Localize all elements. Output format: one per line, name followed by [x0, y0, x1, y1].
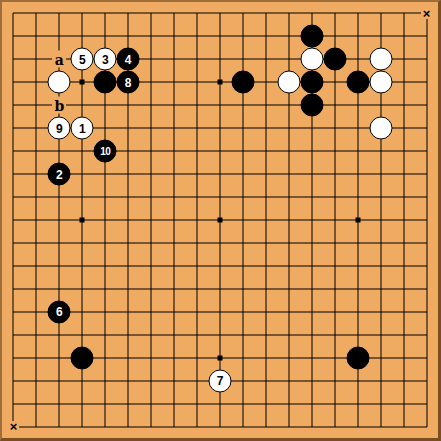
intersection-4-19: [71, 415, 94, 438]
intersection-13-12: [277, 254, 300, 277]
intersection-16-2: [346, 25, 369, 48]
intersection-17-1: [369, 2, 392, 25]
intersection-5-14: [94, 300, 117, 323]
intersection-5-18: [94, 392, 117, 415]
intersection-13-4: [277, 71, 300, 94]
intersection-11-11: [231, 231, 254, 254]
intersection-4-9: [71, 186, 94, 209]
intersection-15-1: [323, 2, 346, 25]
intersection-7-6: [140, 117, 163, 140]
intersection-11-16: [231, 346, 254, 369]
intersection-17-16: [369, 346, 392, 369]
intersection-2-4: [25, 71, 48, 94]
intersection-14-12: [300, 254, 323, 277]
intersection-8-18: [163, 392, 186, 415]
intersection-7-4: [140, 71, 163, 94]
intersection-14-14: [300, 300, 323, 323]
intersection-19-6: [415, 117, 438, 140]
intersection-8-2: [163, 25, 186, 48]
intersection-6-14: [117, 300, 140, 323]
intersection-4-2: [71, 25, 94, 48]
intersection-3-10: [48, 209, 71, 232]
intersection-13-17: [277, 369, 300, 392]
intersection-12-18: [254, 392, 277, 415]
black-stone-move-6: 6: [48, 300, 71, 323]
intersection-8-14: [163, 300, 186, 323]
intersection-15-19: [323, 415, 346, 438]
intersection-17-19: [369, 415, 392, 438]
intersection-4-8: [71, 163, 94, 186]
intersection-15-16: [323, 346, 346, 369]
star-point: [217, 80, 222, 85]
intersection-10-18: [209, 392, 232, 415]
intersection-7-17: [140, 369, 163, 392]
intersection-9-13: [186, 277, 209, 300]
intersection-17-2: [369, 25, 392, 48]
intersection-12-6: [254, 117, 277, 140]
black-stone: [71, 346, 94, 369]
intersection-9-1: [186, 2, 209, 25]
intersection-10-9: [209, 186, 232, 209]
intersection-14-8: [300, 163, 323, 186]
intersection-8-7: [163, 140, 186, 163]
intersection-12-17: [254, 369, 277, 392]
intersection-17-11: [369, 231, 392, 254]
intersection-8-12: [163, 254, 186, 277]
intersection-13-19: [277, 415, 300, 438]
black-stone: [300, 71, 323, 94]
intersection-4-1: [71, 2, 94, 25]
intersection-12-16: [254, 346, 277, 369]
intersection-14-1: [300, 2, 323, 25]
intersection-9-9: [186, 186, 209, 209]
intersection-14-19: [300, 415, 323, 438]
intersection-7-8: [140, 163, 163, 186]
intersection-11-2: [231, 25, 254, 48]
move-number: 7: [217, 375, 224, 387]
intersection-12-8: [254, 163, 277, 186]
intersection-14-7: [300, 140, 323, 163]
intersection-13-7: [277, 140, 300, 163]
intersection-18-9: [392, 186, 415, 209]
intersection-2-13: [25, 277, 48, 300]
intersection-9-6: [186, 117, 209, 140]
intersection-8-6: [163, 117, 186, 140]
intersection-2-19: [25, 415, 48, 438]
intersection-6-9: [117, 186, 140, 209]
intersection-7-15: [140, 323, 163, 346]
intersection-7-11: [140, 231, 163, 254]
move-number: 9: [56, 122, 63, 134]
intersection-7-14: [140, 300, 163, 323]
intersection-3-6: 9: [48, 117, 71, 140]
intersection-7-18: [140, 392, 163, 415]
intersection-11-17: [231, 369, 254, 392]
intersection-11-12: [231, 254, 254, 277]
intersection-13-18: [277, 392, 300, 415]
intersection-3-17: [48, 369, 71, 392]
intersection-15-2: [323, 25, 346, 48]
intersection-10-2: [209, 25, 232, 48]
point-label-b: b: [52, 97, 66, 114]
intersection-5-9: [94, 186, 117, 209]
intersection-7-2: [140, 25, 163, 48]
star-point: [217, 217, 222, 222]
intersection-10-19: [209, 415, 232, 438]
white-stone: [369, 117, 392, 140]
white-stone: [369, 71, 392, 94]
intersection-13-6: [277, 117, 300, 140]
intersection-10-15: [209, 323, 232, 346]
intersection-2-10: [25, 209, 48, 232]
intersection-4-18: [71, 392, 94, 415]
intersection-1-4: [2, 71, 25, 94]
intersection-19-3: [415, 48, 438, 71]
intersection-3-9: [48, 186, 71, 209]
black-stone: [300, 25, 323, 48]
intersection-5-15: [94, 323, 117, 346]
intersection-10-6: [209, 117, 232, 140]
intersection-9-14: [186, 300, 209, 323]
intersection-10-17: 7: [209, 369, 232, 392]
intersection-8-3: [163, 48, 186, 71]
black-stone: [346, 346, 369, 369]
intersection-5-2: [94, 25, 117, 48]
move-number: 10: [100, 146, 110, 156]
intersection-15-14: [323, 300, 346, 323]
intersection-16-1: [346, 2, 369, 25]
intersection-18-4: [392, 71, 415, 94]
intersection-1-15: [2, 323, 25, 346]
move-number: 3: [102, 53, 109, 65]
intersection-16-15: [346, 323, 369, 346]
intersection-10-13: [209, 277, 232, 300]
intersection-4-16: [71, 346, 94, 369]
intersection-11-1: [231, 2, 254, 25]
intersection-17-8: [369, 163, 392, 186]
intersection-4-4: [71, 71, 94, 94]
intersection-1-18: [2, 392, 25, 415]
intersection-16-14: [346, 300, 369, 323]
intersection-9-5: [186, 94, 209, 117]
intersection-6-19: [117, 415, 140, 438]
black-stone: [346, 71, 369, 94]
intersection-6-5: [117, 94, 140, 117]
intersection-6-13: [117, 277, 140, 300]
intersection-6-4: 8: [117, 71, 140, 94]
intersection-6-8: [117, 163, 140, 186]
intersection-6-1: [117, 2, 140, 25]
intersection-13-5: [277, 94, 300, 117]
intersection-9-15: [186, 323, 209, 346]
intersection-7-16: [140, 346, 163, 369]
intersection-11-5: [231, 94, 254, 117]
intersection-5-19: [94, 415, 117, 438]
intersection-6-10: [117, 209, 140, 232]
intersection-19-12: [415, 254, 438, 277]
intersection-7-19: [140, 415, 163, 438]
intersection-1-11: [2, 231, 25, 254]
intersection-3-2: [48, 25, 71, 48]
intersection-8-17: [163, 369, 186, 392]
intersection-16-17: [346, 369, 369, 392]
intersection-15-4: [323, 71, 346, 94]
intersection-6-11: [117, 231, 140, 254]
intersection-9-12: [186, 254, 209, 277]
intersection-14-11: [300, 231, 323, 254]
intersection-13-3: [277, 48, 300, 71]
intersection-13-16: [277, 346, 300, 369]
intersection-18-8: [392, 163, 415, 186]
intersection-3-18: [48, 392, 71, 415]
intersection-10-4: [209, 71, 232, 94]
intersection-13-10: [277, 209, 300, 232]
intersection-15-13: [323, 277, 346, 300]
intersection-5-10: [94, 209, 117, 232]
intersection-12-7: [254, 140, 277, 163]
corner-x-mark: ×: [421, 7, 433, 19]
intersection-19-17: [415, 369, 438, 392]
intersection-17-12: [369, 254, 392, 277]
intersection-9-2: [186, 25, 209, 48]
intersection-7-1: [140, 2, 163, 25]
intersection-12-4: [254, 71, 277, 94]
black-stone: [231, 71, 254, 94]
intersection-1-5: [2, 94, 25, 117]
black-stone-move-2: 2: [48, 163, 71, 186]
intersection-10-7: [209, 140, 232, 163]
intersection-15-7: [323, 140, 346, 163]
intersection-17-6: [369, 117, 392, 140]
intersection-15-15: [323, 323, 346, 346]
intersection-13-2: [277, 25, 300, 48]
intersection-16-13: [346, 277, 369, 300]
intersection-14-4: [300, 71, 323, 94]
intersection-18-7: [392, 140, 415, 163]
intersection-17-9: [369, 186, 392, 209]
intersection-11-15: [231, 323, 254, 346]
intersection-18-3: [392, 48, 415, 71]
intersection-6-18: [117, 392, 140, 415]
intersection-3-8: 2: [48, 163, 71, 186]
intersection-3-15: [48, 323, 71, 346]
intersection-2-3: [25, 48, 48, 71]
intersection-2-5: [25, 94, 48, 117]
intersection-2-18: [25, 392, 48, 415]
intersection-14-3: [300, 48, 323, 71]
intersection-17-3: [369, 48, 392, 71]
intersection-19-19: [415, 415, 438, 438]
intersection-18-5: [392, 94, 415, 117]
intersection-8-15: [163, 323, 186, 346]
intersection-3-13: [48, 277, 71, 300]
intersection-1-19: ×: [2, 415, 25, 438]
move-number: 1: [79, 122, 86, 134]
intersection-11-18: [231, 392, 254, 415]
intersection-8-11: [163, 231, 186, 254]
intersection-16-8: [346, 163, 369, 186]
intersection-7-3: [140, 48, 163, 71]
intersection-3-5: b: [48, 94, 71, 117]
intersection-3-12: [48, 254, 71, 277]
intersection-10-8: [209, 163, 232, 186]
intersection-4-5: [71, 94, 94, 117]
intersection-18-18: [392, 392, 415, 415]
intersection-18-6: [392, 117, 415, 140]
intersection-1-1: [2, 2, 25, 25]
intersection-14-2: [300, 25, 323, 48]
intersection-3-14: 6: [48, 300, 71, 323]
intersection-15-9: [323, 186, 346, 209]
star-point: [217, 355, 222, 360]
intersection-19-10: [415, 209, 438, 232]
intersection-11-6: [231, 117, 254, 140]
intersection-6-3: 4: [117, 48, 140, 71]
intersection-18-10: [392, 209, 415, 232]
intersection-13-15: [277, 323, 300, 346]
intersection-14-5: [300, 94, 323, 117]
intersection-16-9: [346, 186, 369, 209]
intersection-9-18: [186, 392, 209, 415]
intersection-3-11: [48, 231, 71, 254]
intersection-12-5: [254, 94, 277, 117]
intersection-7-13: [140, 277, 163, 300]
intersection-6-7: [117, 140, 140, 163]
intersection-9-8: [186, 163, 209, 186]
intersection-7-10: [140, 209, 163, 232]
intersection-2-16: [25, 346, 48, 369]
intersection-4-3: 5: [71, 48, 94, 71]
intersection-12-1: [254, 2, 277, 25]
intersection-8-1: [163, 2, 186, 25]
white-stone: [48, 71, 71, 94]
intersection-18-16: [392, 346, 415, 369]
move-number: 8: [125, 76, 132, 88]
intersection-12-2: [254, 25, 277, 48]
intersection-19-18: [415, 392, 438, 415]
intersection-9-4: [186, 71, 209, 94]
intersection-15-17: [323, 369, 346, 392]
intersection-8-19: [163, 415, 186, 438]
intersection-5-4: [94, 71, 117, 94]
intersection-14-13: [300, 277, 323, 300]
intersection-16-3: [346, 48, 369, 71]
intersection-19-11: [415, 231, 438, 254]
white-stone-move-3: 3: [94, 48, 117, 71]
intersection-1-17: [2, 369, 25, 392]
intersection-4-6: 1: [71, 117, 94, 140]
intersection-5-17: [94, 369, 117, 392]
intersection-1-13: [2, 277, 25, 300]
intersection-8-13: [163, 277, 186, 300]
intersection-2-1: [25, 2, 48, 25]
intersection-3-19: [48, 415, 71, 438]
intersection-12-12: [254, 254, 277, 277]
intersection-8-16: [163, 346, 186, 369]
intersection-12-19: [254, 415, 277, 438]
intersection-11-10: [231, 209, 254, 232]
intersection-2-8: [25, 163, 48, 186]
intersection-13-9: [277, 186, 300, 209]
intersection-13-14: [277, 300, 300, 323]
intersection-3-7: [48, 140, 71, 163]
intersection-3-3: a: [48, 48, 71, 71]
intersection-18-19: [392, 415, 415, 438]
intersection-12-10: [254, 209, 277, 232]
intersection-14-16: [300, 346, 323, 369]
intersection-19-4: [415, 71, 438, 94]
intersection-19-14: [415, 300, 438, 323]
intersection-14-10: [300, 209, 323, 232]
intersection-11-14: [231, 300, 254, 323]
intersection-17-15: [369, 323, 392, 346]
intersection-5-1: [94, 2, 117, 25]
intersection-19-7: [415, 140, 438, 163]
intersection-8-8: [163, 163, 186, 186]
intersection-3-16: [48, 346, 71, 369]
intersection-12-15: [254, 323, 277, 346]
move-number: 4: [125, 53, 132, 65]
intersection-4-11: [71, 231, 94, 254]
intersection-5-11: [94, 231, 117, 254]
intersection-8-5: [163, 94, 186, 117]
intersection-8-9: [163, 186, 186, 209]
white-stone-move-7: 7: [208, 369, 231, 392]
intersection-4-13: [71, 277, 94, 300]
intersection-4-17: [71, 369, 94, 392]
intersection-2-14: [25, 300, 48, 323]
intersection-10-1: [209, 2, 232, 25]
intersection-1-9: [2, 186, 25, 209]
move-number: 2: [56, 168, 63, 180]
intersection-10-11: [209, 231, 232, 254]
intersection-15-6: [323, 117, 346, 140]
move-number: 6: [56, 306, 63, 318]
move-number: 5: [79, 53, 86, 65]
intersection-1-2: [2, 25, 25, 48]
intersection-7-12: [140, 254, 163, 277]
intersection-16-19: [346, 415, 369, 438]
intersection-4-15: [71, 323, 94, 346]
intersection-19-13: [415, 277, 438, 300]
intersection-10-3: [209, 48, 232, 71]
black-stone: [300, 94, 323, 117]
intersection-11-13: [231, 277, 254, 300]
intersection-18-13: [392, 277, 415, 300]
intersection-6-16: [117, 346, 140, 369]
intersection-5-13: [94, 277, 117, 300]
intersection-13-8: [277, 163, 300, 186]
intersection-16-11: [346, 231, 369, 254]
intersection-9-7: [186, 140, 209, 163]
intersection-19-16: [415, 346, 438, 369]
intersection-19-15: [415, 323, 438, 346]
intersection-3-4: [48, 71, 71, 94]
intersection-18-14: [392, 300, 415, 323]
intersection-15-10: [323, 209, 346, 232]
intersection-18-11: [392, 231, 415, 254]
intersection-2-15: [25, 323, 48, 346]
intersection-1-14: [2, 300, 25, 323]
intersection-5-7: 10: [94, 140, 117, 163]
intersection-12-9: [254, 186, 277, 209]
intersection-7-9: [140, 186, 163, 209]
intersection-12-3: [254, 48, 277, 71]
intersection-14-18: [300, 392, 323, 415]
intersection-9-3: [186, 48, 209, 71]
intersection-1-6: [2, 117, 25, 140]
go-board-grid: ×a5348b9110267×: [2, 2, 438, 438]
